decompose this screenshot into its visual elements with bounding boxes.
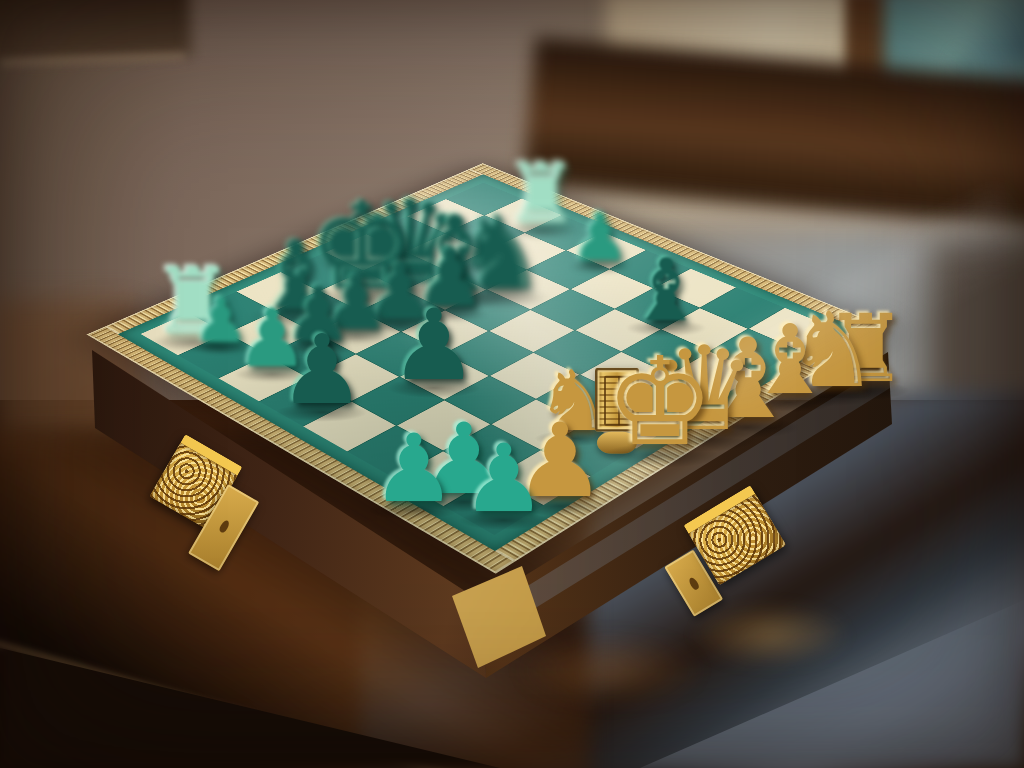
pieces-layer: ♜♟♟♝♟♚♟♛♟♝♟♞♜♟♝♟♟♟♟♟♟♞♚♛♝♝♞♜ bbox=[0, 0, 1024, 768]
piece-jade-pawn-c4: ♟ bbox=[390, 296, 478, 394]
piece-jade-pawn-b4: ♟ bbox=[279, 322, 365, 418]
piece-jade-pawn-c3: ♟ bbox=[372, 422, 456, 516]
piece-jade-pawn-h7: ♟ bbox=[570, 205, 629, 271]
piece-jade-pawn-e3: ♟ bbox=[462, 432, 546, 526]
chess-photo-scene: ♜♟♟♝♟♚♟♛♟♝♟♞♜♟♝♟♟♟♟♟♟♞♚♛♝♝♞♜ bbox=[0, 0, 1024, 768]
piece-gold-king-d1: ♚ bbox=[605, 341, 714, 463]
